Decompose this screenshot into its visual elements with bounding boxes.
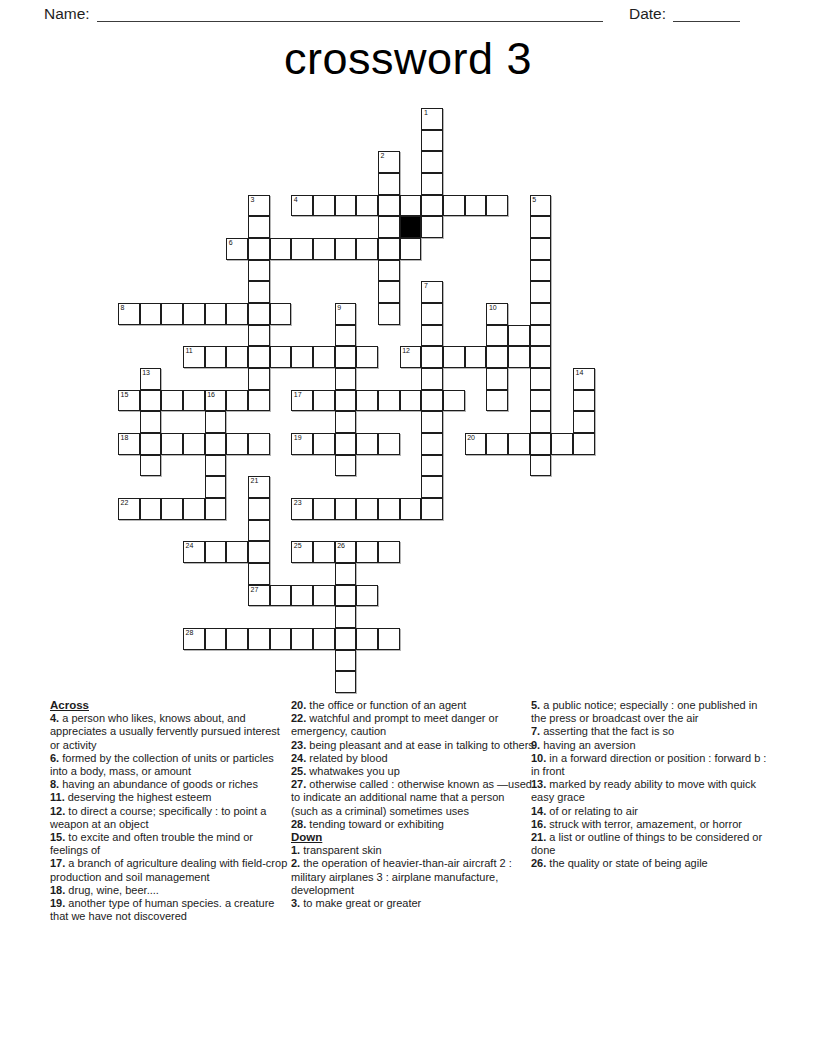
grid-cell-r6c5[interactable]: 6 xyxy=(226,238,248,260)
cell-number: 17 xyxy=(294,391,302,399)
grid-cell-r12c6[interactable] xyxy=(248,368,270,390)
grid-cell-r14c21[interactable] xyxy=(573,411,595,433)
clue-down-26: 26. the quality or state of being agile xyxy=(531,857,773,870)
grid-cell-r7c12[interactable] xyxy=(378,260,400,282)
grid-cell-r20c8[interactable]: 25 xyxy=(291,541,313,563)
cell-number: 24 xyxy=(186,542,194,550)
grid-cell-r18c4[interactable] xyxy=(205,498,227,520)
cell-number: 26 xyxy=(337,542,345,550)
clue-down-9: 9. having an aversion xyxy=(531,739,773,752)
grid-cell-r2c14[interactable] xyxy=(421,151,443,173)
grid-cell-r13c6[interactable] xyxy=(248,390,270,412)
grid-cell-r15c2[interactable] xyxy=(161,433,183,455)
grid-cell-r9c19[interactable] xyxy=(530,303,552,325)
grid-cell-r17c14[interactable] xyxy=(421,476,443,498)
grid-cell-r13c17[interactable] xyxy=(486,390,508,412)
date-label: Date: xyxy=(629,5,666,23)
grid-cell-r20c5[interactable] xyxy=(226,541,248,563)
grid-cell-r15c8[interactable]: 19 xyxy=(291,433,313,455)
grid-cell-r10c10[interactable] xyxy=(335,325,357,347)
grid-cell-r9c6[interactable] xyxy=(248,303,270,325)
grid-cell-r11c8[interactable] xyxy=(291,346,313,368)
grid-cell-r23c10[interactable] xyxy=(335,606,357,628)
grid-cell-r2c12[interactable]: 2 xyxy=(378,151,400,173)
grid-cell-r13c15[interactable] xyxy=(443,390,465,412)
grid-cell-r4c11[interactable] xyxy=(356,195,378,217)
clue-down-10: 10. in a forward direction or position :… xyxy=(531,752,773,778)
grid-cell-r22c9[interactable] xyxy=(313,585,335,607)
grid-cell-r11c14[interactable] xyxy=(421,346,443,368)
clue-across-27: 27. otherwise called : otherwise known a… xyxy=(291,778,534,818)
clue-column-3: 5. a public notice; especially : one pub… xyxy=(531,699,773,871)
grid-cell-r13c3[interactable] xyxy=(183,390,205,412)
grid-cell-r6c7[interactable] xyxy=(270,238,292,260)
cell-number: 22 xyxy=(121,499,129,507)
clue-across-28: 28. tending toward or exhibiting xyxy=(291,818,534,831)
grid-cell-r16c19[interactable] xyxy=(530,455,552,477)
grid-cell-r18c12[interactable] xyxy=(378,498,400,520)
grid-cell-r13c8[interactable]: 17 xyxy=(291,390,313,412)
clue-across-11: 11. deserving the highest esteem xyxy=(50,791,288,804)
cell-number: 20 xyxy=(467,434,475,442)
grid-cell-r9c4[interactable] xyxy=(205,303,227,325)
grid-cell-r20c6[interactable] xyxy=(248,541,270,563)
grid-cell-r9c2[interactable] xyxy=(161,303,183,325)
name-input-line[interactable] xyxy=(97,6,603,22)
clue-down-2: 2. the operation of heavier-than-air air… xyxy=(291,857,534,897)
grid-cell-r5c12[interactable] xyxy=(378,216,400,238)
grid-cell-r16c10[interactable] xyxy=(335,455,357,477)
grid-cell-r22c8[interactable] xyxy=(291,585,313,607)
grid-cell-r21c10[interactable] xyxy=(335,563,357,585)
grid-cell-r20c11[interactable] xyxy=(356,541,378,563)
grid-cell-r24c7[interactable] xyxy=(270,628,292,650)
grid-cell-r12c21[interactable]: 14 xyxy=(573,368,595,390)
grid-cell-r6c9[interactable] xyxy=(313,238,335,260)
cell-number: 18 xyxy=(121,434,129,442)
grid-cell-r9c0[interactable]: 8 xyxy=(118,303,140,325)
grid-cell-r8c19[interactable] xyxy=(530,281,552,303)
grid-cell-r15c10[interactable] xyxy=(335,433,357,455)
grid-cell-r13c0[interactable]: 15 xyxy=(118,390,140,412)
grid-cell-r14c10[interactable] xyxy=(335,411,357,433)
page-title: crossword 3 xyxy=(0,33,816,85)
cell-number: 8 xyxy=(121,304,125,312)
grid-cell-r11c17[interactable] xyxy=(486,346,508,368)
grid-cell-r4c8[interactable]: 4 xyxy=(291,195,313,217)
grid-cell-r24c12[interactable] xyxy=(378,628,400,650)
grid-cell-r18c14[interactable] xyxy=(421,498,443,520)
grid-cell-r24c9[interactable] xyxy=(313,628,335,650)
grid-cell-r11c15[interactable] xyxy=(443,346,465,368)
grid-cell-r10c19[interactable] xyxy=(530,325,552,347)
grid-cell-r9c7[interactable] xyxy=(270,303,292,325)
grid-cell-r19c6[interactable] xyxy=(248,520,270,542)
grid-cell-r4c19[interactable]: 5 xyxy=(530,195,552,217)
grid-cell-r6c8[interactable] xyxy=(291,238,313,260)
grid-cell-r6c11[interactable] xyxy=(356,238,378,260)
clue-across-25: 25. whatwakes you up xyxy=(291,765,534,778)
grid-cell-r10c6[interactable] xyxy=(248,325,270,347)
grid-cell-r18c2[interactable] xyxy=(161,498,183,520)
grid-cell-r22c6[interactable]: 27 xyxy=(248,585,270,607)
crossword-grid: 1234567891011121314151617181920212223242… xyxy=(118,108,596,694)
grid-cell-r6c10[interactable] xyxy=(335,238,357,260)
clue-column-2: 20. the office or function of an agent22… xyxy=(291,699,534,910)
cell-number: 7 xyxy=(424,282,428,290)
grid-cell-r12c17[interactable] xyxy=(486,368,508,390)
grid-cell-r15c20[interactable] xyxy=(551,433,573,455)
grid-cell-r11c19[interactable] xyxy=(530,346,552,368)
grid-cell-r13c19[interactable] xyxy=(530,390,552,412)
grid-cell-r24c5[interactable] xyxy=(226,628,248,650)
grid-cell-r18c6[interactable] xyxy=(248,498,270,520)
cell-number: 2 xyxy=(381,152,385,160)
grid-cell-r13c1[interactable] xyxy=(140,390,162,412)
grid-cell-r13c14[interactable] xyxy=(421,390,443,412)
grid-cell-r12c10[interactable] xyxy=(335,368,357,390)
cell-number: 19 xyxy=(294,434,302,442)
grid-cell-r9c17[interactable]: 10 xyxy=(486,303,508,325)
grid-cell-r16c14[interactable] xyxy=(421,455,443,477)
grid-cell-r11c7[interactable] xyxy=(270,346,292,368)
name-date-row: Name: Date: xyxy=(44,5,740,23)
clue-down-16: 16. struck with terror, amazement, or ho… xyxy=(531,818,773,831)
grid-cell-r10c14[interactable] xyxy=(421,325,443,347)
grid-cell-r7c19[interactable] xyxy=(530,260,552,282)
grid-cell-r4c15[interactable] xyxy=(443,195,465,217)
grid-cell-r6c12[interactable] xyxy=(378,238,400,260)
grid-cell-r14c14[interactable] xyxy=(421,411,443,433)
grid-cell-r13c5[interactable] xyxy=(226,390,248,412)
grid-cell-r13c21[interactable] xyxy=(573,390,595,412)
grid-cell-r13c2[interactable] xyxy=(161,390,183,412)
grid-cell-r15c11[interactable] xyxy=(356,433,378,455)
grid-cell-r17c6[interactable]: 21 xyxy=(248,476,270,498)
grid-cell-r13c10[interactable] xyxy=(335,390,357,412)
grid-cell-r11c16[interactable] xyxy=(465,346,487,368)
grid-cell-r20c10[interactable]: 26 xyxy=(335,541,357,563)
grid-cell-r15c12[interactable] xyxy=(378,433,400,455)
cell-number: 9 xyxy=(337,304,341,312)
grid-cell-r11c4[interactable] xyxy=(205,346,227,368)
grid-cell-r9c5[interactable] xyxy=(226,303,248,325)
grid-cell-r10c18[interactable] xyxy=(508,325,530,347)
grid-cell-r24c10[interactable] xyxy=(335,628,357,650)
cell-number: 13 xyxy=(142,369,150,377)
grid-cell-r8c14[interactable]: 7 xyxy=(421,281,443,303)
grid-cell-r5c19[interactable] xyxy=(530,216,552,238)
grid-cell-r11c18[interactable] xyxy=(508,346,530,368)
clue-across-19: 19. another type of human species. a cre… xyxy=(50,897,288,923)
grid-cell-r18c1[interactable] xyxy=(140,498,162,520)
clue-across-8: 8. having an abundance of goods or riche… xyxy=(50,778,288,791)
grid-cell-r15c16[interactable]: 20 xyxy=(465,433,487,455)
grid-cell-r15c6[interactable] xyxy=(248,433,270,455)
clue-across-18: 18. drug, wine, beer.... xyxy=(50,884,288,897)
grid-cell-r4c10[interactable] xyxy=(335,195,357,217)
grid-cell-r18c3[interactable] xyxy=(183,498,205,520)
cell-number: 1 xyxy=(424,109,428,117)
cell-number: 15 xyxy=(121,391,129,399)
grid-cell-r9c12[interactable] xyxy=(378,303,400,325)
cell-number: 11 xyxy=(186,347,193,355)
grid-cell-r16c1[interactable] xyxy=(140,455,162,477)
cell-number: 21 xyxy=(251,477,259,485)
clue-column-1: Across4. a person who likes, knows about… xyxy=(50,699,288,923)
grid-cell-r18c10[interactable] xyxy=(335,498,357,520)
grid-cell-r9c3[interactable] xyxy=(183,303,205,325)
grid-cell-r17c4[interactable] xyxy=(205,476,227,498)
grid-cell-r11c10[interactable] xyxy=(335,346,357,368)
grid-cell-r4c9[interactable] xyxy=(313,195,335,217)
grid-cell-r4c14[interactable] xyxy=(421,195,443,217)
clue-across-24: 24. related by blood xyxy=(291,752,534,765)
grid-cell-r11c3[interactable]: 11 xyxy=(183,346,205,368)
grid-cell-r15c3[interactable] xyxy=(183,433,205,455)
cell-number: 12 xyxy=(402,347,410,355)
grid-cell-r8c6[interactable] xyxy=(248,281,270,303)
grid-cell-r24c4[interactable] xyxy=(205,628,227,650)
grid-cell-r4c17[interactable] xyxy=(486,195,508,217)
grid-cell-r7c6[interactable] xyxy=(248,260,270,282)
across-header: Across xyxy=(50,699,288,712)
grid-cell-r20c3[interactable]: 24 xyxy=(183,541,205,563)
grid-cell-r16c4[interactable] xyxy=(205,455,227,477)
grid-cell-r15c9[interactable] xyxy=(313,433,335,455)
grid-cell-r15c19[interactable] xyxy=(530,433,552,455)
clue-across-23: 23. being pleasant and at ease in talkin… xyxy=(291,739,534,752)
grid-cell-r0c14[interactable]: 1 xyxy=(421,108,443,130)
clue-down-3: 3. to make great or greater xyxy=(291,897,534,910)
grid-cell-r15c17[interactable] xyxy=(486,433,508,455)
grid-cell-r12c1[interactable]: 13 xyxy=(140,368,162,390)
clue-across-20: 20. the office or function of an agent xyxy=(291,699,534,712)
clue-down-13: 13. marked by ready ability to move with… xyxy=(531,778,773,804)
grid-cell-r6c13[interactable] xyxy=(400,238,422,260)
grid-cell-r11c13[interactable]: 12 xyxy=(400,346,422,368)
grid-cell-r15c14[interactable] xyxy=(421,433,443,455)
clue-down-7: 7. asserting that the fact is so xyxy=(531,725,773,738)
grid-cell-r24c8[interactable] xyxy=(291,628,313,650)
grid-cell-r20c4[interactable] xyxy=(205,541,227,563)
clue-down-14: 14. of or relating to air xyxy=(531,805,773,818)
grid-cell-r25c10[interactable] xyxy=(335,650,357,672)
grid-cell-r8c12[interactable] xyxy=(378,281,400,303)
grid-cell-r24c11[interactable] xyxy=(356,628,378,650)
grid-cell-r12c14[interactable] xyxy=(421,368,443,390)
grid-cell-r10c17[interactable] xyxy=(486,325,508,347)
grid-cell-r4c12[interactable] xyxy=(378,195,400,217)
grid-cell-r6c6[interactable] xyxy=(248,238,270,260)
grid-cell-r9c10[interactable]: 9 xyxy=(335,303,357,325)
grid-cell-r14c1[interactable] xyxy=(140,411,162,433)
grid-cell-r13c9[interactable] xyxy=(313,390,335,412)
grid-cell-r26c10[interactable] xyxy=(335,671,357,693)
grid-cell-r4c13[interactable] xyxy=(400,195,422,217)
grid-cell-r11c5[interactable] xyxy=(226,346,248,368)
grid-cell-r14c4[interactable] xyxy=(205,411,227,433)
grid-cell-r3c12[interactable] xyxy=(378,173,400,195)
grid-cell-r22c10[interactable] xyxy=(335,585,357,607)
grid-cell-r9c14[interactable] xyxy=(421,303,443,325)
grid-cell-r18c11[interactable] xyxy=(356,498,378,520)
grid-cell-r13c11[interactable] xyxy=(356,390,378,412)
grid-cell-r4c6[interactable]: 3 xyxy=(248,195,270,217)
date-input-line[interactable] xyxy=(673,6,740,22)
cell-number: 25 xyxy=(294,542,302,550)
grid-cell-r13c4[interactable]: 16 xyxy=(205,390,227,412)
grid-cell-r5c14[interactable] xyxy=(421,216,443,238)
cell-number: 6 xyxy=(229,239,233,247)
grid-cell-r20c12[interactable] xyxy=(378,541,400,563)
clue-down-5: 5. a public notice; especially : one pub… xyxy=(531,699,773,725)
black-cell xyxy=(400,216,422,238)
grid-cell-r15c21[interactable] xyxy=(573,433,595,455)
grid-cell-r1c14[interactable] xyxy=(421,130,443,152)
grid-cell-r24c3[interactable]: 28 xyxy=(183,628,205,650)
clue-across-12: 12. to direct a course; specifically : t… xyxy=(50,805,288,831)
grid-cell-r9c1[interactable] xyxy=(140,303,162,325)
grid-cell-r21c6[interactable] xyxy=(248,563,270,585)
grid-cell-r15c5[interactable] xyxy=(226,433,248,455)
grid-cell-r11c9[interactable] xyxy=(313,346,335,368)
grid-cell-r18c9[interactable] xyxy=(313,498,335,520)
cell-number: 16 xyxy=(207,391,215,399)
grid-cell-r20c9[interactable] xyxy=(313,541,335,563)
grid-cell-r18c13[interactable] xyxy=(400,498,422,520)
grid-cell-r14c19[interactable] xyxy=(530,411,552,433)
grid-cell-r13c13[interactable] xyxy=(400,390,422,412)
clue-down-21: 21. a list or outline of things to be co… xyxy=(531,831,773,857)
grid-cell-r24c6[interactable] xyxy=(248,628,270,650)
grid-cell-r22c7[interactable] xyxy=(270,585,292,607)
cell-number: 27 xyxy=(251,586,259,594)
grid-cell-r6c19[interactable] xyxy=(530,238,552,260)
clue-across-15: 15. to excite and often trouble the mind… xyxy=(50,831,288,857)
cell-number: 3 xyxy=(251,196,255,204)
clue-across-4: 4. a person who likes, knows about, and … xyxy=(50,712,288,752)
grid-cell-r15c1[interactable] xyxy=(140,433,162,455)
cell-number: 4 xyxy=(294,196,298,204)
cell-number: 28 xyxy=(186,629,194,637)
grid-cell-r11c11[interactable] xyxy=(356,346,378,368)
grid-cell-r15c4[interactable] xyxy=(205,433,227,455)
clue-down-1: 1. transparent skin xyxy=(291,844,534,857)
grid-cell-r22c11[interactable] xyxy=(356,585,378,607)
grid-cell-r15c18[interactable] xyxy=(508,433,530,455)
grid-cell-r18c0[interactable]: 22 xyxy=(118,498,140,520)
clue-across-17: 17. a branch of agriculture dealing with… xyxy=(50,857,288,883)
cell-number: 5 xyxy=(532,196,536,204)
grid-cell-r4c16[interactable] xyxy=(465,195,487,217)
clue-across-22: 22. watchful and prompt to meet danger o… xyxy=(291,712,534,738)
name-label: Name: xyxy=(44,5,90,23)
grid-cell-r12c19[interactable] xyxy=(530,368,552,390)
grid-cell-r18c8[interactable]: 23 xyxy=(291,498,313,520)
cell-number: 14 xyxy=(576,369,584,377)
clue-across-6: 6. formed by the collection of units or … xyxy=(50,752,288,778)
grid-cell-r5c6[interactable] xyxy=(248,216,270,238)
cell-number: 23 xyxy=(294,499,302,507)
grid-cell-r15c0[interactable]: 18 xyxy=(118,433,140,455)
grid-cell-r13c12[interactable] xyxy=(378,390,400,412)
grid-cell-r11c6[interactable] xyxy=(248,346,270,368)
grid-cell-r3c14[interactable] xyxy=(421,173,443,195)
cell-number: 10 xyxy=(489,304,497,312)
down-header: Down xyxy=(291,831,534,844)
